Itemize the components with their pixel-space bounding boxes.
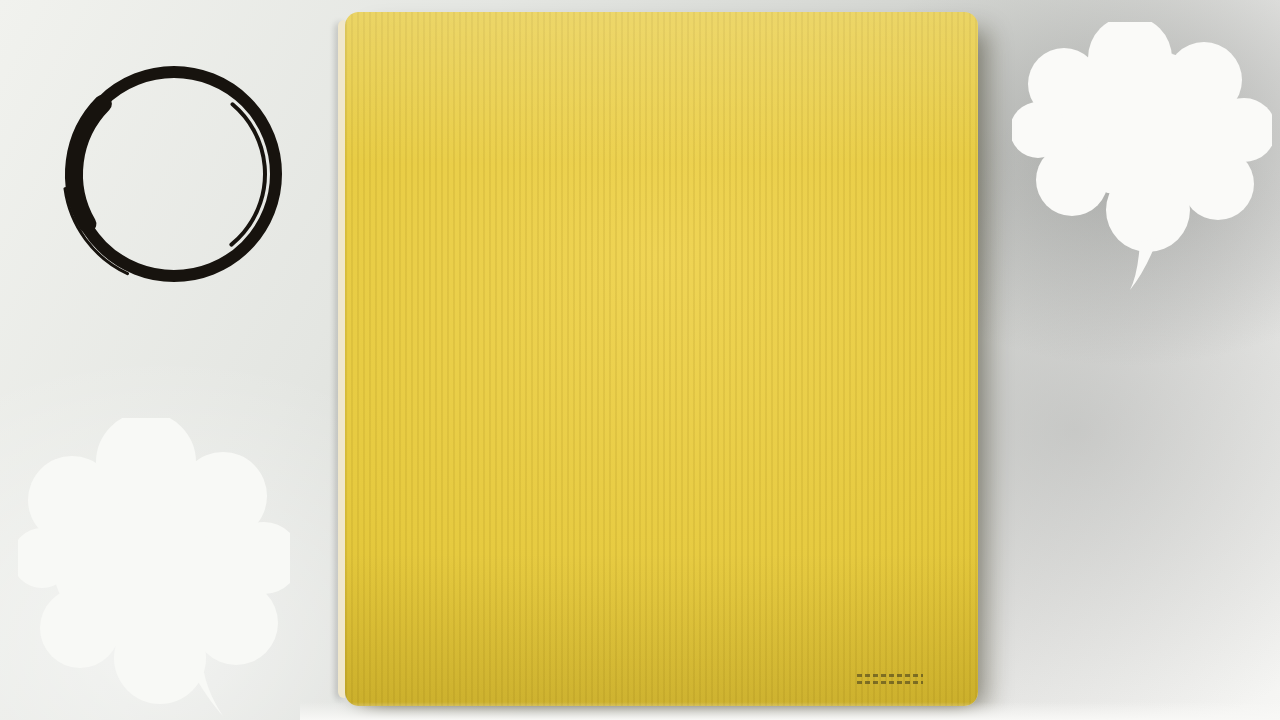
board-print-mark — [857, 670, 923, 690]
speech-cloud-icon — [1012, 22, 1272, 292]
channel-logo — [52, 38, 297, 293]
black-player-bubble — [1012, 22, 1272, 292]
video-frame — [0, 0, 1280, 720]
speech-cloud-icon — [18, 418, 290, 718]
board-grid — [345, 12, 978, 706]
ink-ring-icon — [52, 38, 297, 293]
red-player-bubble — [18, 418, 290, 718]
xiangqi-board — [345, 12, 978, 706]
